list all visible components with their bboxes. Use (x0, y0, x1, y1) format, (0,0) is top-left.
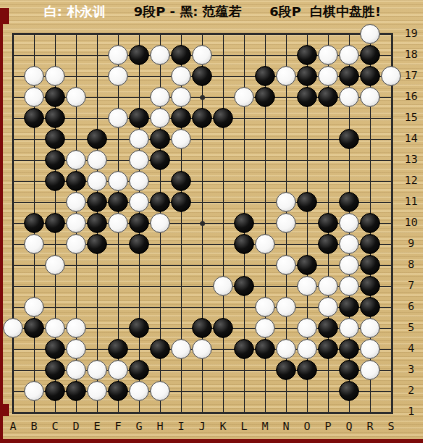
black-stone (297, 255, 317, 275)
black-stone (360, 255, 380, 275)
white-stone (45, 255, 65, 275)
white-stone (381, 66, 401, 86)
black-stone (45, 150, 65, 170)
white-stone (339, 318, 359, 338)
black-stone (192, 108, 212, 128)
black-stone (297, 192, 317, 212)
white-stone (129, 150, 149, 170)
white-stone (150, 45, 170, 65)
column-label: L (234, 420, 254, 433)
black-stone (171, 171, 191, 191)
black-stone (192, 66, 212, 86)
white-stone (45, 66, 65, 86)
white-stone (66, 87, 86, 107)
black-stone (108, 339, 128, 359)
white-stone (87, 171, 107, 191)
black-stone (150, 339, 170, 359)
white-stone (45, 318, 65, 338)
black-stone (87, 234, 107, 254)
star-point (200, 221, 205, 226)
white-stone (276, 213, 296, 233)
column-label: G (129, 420, 149, 433)
black-stone (297, 360, 317, 380)
black-stone (213, 318, 233, 338)
black-stone (318, 339, 338, 359)
black-stone (150, 150, 170, 170)
black-stone (192, 318, 212, 338)
black-stone (339, 360, 359, 380)
white-stone (66, 318, 86, 338)
black-stone (339, 297, 359, 317)
column-label: S (381, 420, 401, 433)
white-stone (171, 129, 191, 149)
black-stone (255, 87, 275, 107)
white-stone (360, 360, 380, 380)
column-label: B (24, 420, 44, 433)
black-stone (45, 171, 65, 191)
row-label: 19 (399, 27, 423, 40)
white-stone (339, 45, 359, 65)
column-label: I (171, 420, 191, 433)
window-edge-bottom (0, 439, 423, 443)
black-stone (45, 360, 65, 380)
black-stone (24, 213, 44, 233)
black-stone (129, 45, 149, 65)
white-stone (234, 87, 254, 107)
black-stone (129, 234, 149, 254)
column-label: N (276, 420, 296, 433)
white-stone (87, 381, 107, 401)
white-stone (66, 339, 86, 359)
column-label: J (192, 420, 212, 433)
white-stone (276, 255, 296, 275)
black-stone (66, 171, 86, 191)
row-label: 9 (399, 237, 423, 250)
white-stone (171, 339, 191, 359)
column-label: A (3, 420, 23, 433)
black-stone (234, 339, 254, 359)
column-label: O (297, 420, 317, 433)
black-stone (129, 360, 149, 380)
white-stone (108, 360, 128, 380)
white-stone (150, 108, 170, 128)
white-stone (318, 45, 338, 65)
black-stone (150, 129, 170, 149)
white-stone (129, 192, 149, 212)
white-stone (192, 45, 212, 65)
black-stone (360, 297, 380, 317)
white-stone (66, 213, 86, 233)
black-stone (360, 276, 380, 296)
white-stone (150, 381, 170, 401)
black-stone (45, 381, 65, 401)
window-edge-mid-left-block (0, 404, 9, 416)
black-stone (87, 129, 107, 149)
white-stone (24, 87, 44, 107)
go-board[interactable]: ABCDEFGHIJKLMNOPQRS191817161514131211109… (0, 0, 423, 443)
star-point (200, 95, 205, 100)
black-stone (339, 129, 359, 149)
white-stone (276, 66, 296, 86)
white-stone (87, 360, 107, 380)
black-stone (255, 66, 275, 86)
row-label: 12 (399, 174, 423, 187)
window-edge-top-left-block (0, 8, 9, 24)
black-stone (129, 318, 149, 338)
white-stone (171, 66, 191, 86)
white-stone (171, 87, 191, 107)
column-label: E (87, 420, 107, 433)
column-label: K (213, 420, 233, 433)
white-stone (87, 150, 107, 170)
white-stone (108, 213, 128, 233)
black-stone (45, 87, 65, 107)
black-stone (318, 87, 338, 107)
white-stone (297, 276, 317, 296)
white-stone (360, 24, 380, 44)
black-stone (339, 192, 359, 212)
black-stone (171, 45, 191, 65)
white-stone (129, 381, 149, 401)
row-label: 16 (399, 90, 423, 103)
white-stone (360, 318, 380, 338)
row-label: 17 (399, 69, 423, 82)
row-label: 7 (399, 279, 423, 292)
column-label: C (45, 420, 65, 433)
column-label: R (360, 420, 380, 433)
black-stone (45, 213, 65, 233)
white-stone (276, 192, 296, 212)
column-label: D (66, 420, 86, 433)
white-stone (360, 339, 380, 359)
white-stone (66, 234, 86, 254)
white-stone (108, 45, 128, 65)
column-label: Q (339, 420, 359, 433)
white-stone (339, 87, 359, 107)
black-stone (360, 213, 380, 233)
white-stone (24, 381, 44, 401)
row-label: 11 (399, 195, 423, 208)
white-stone (297, 318, 317, 338)
black-stone (24, 318, 44, 338)
white-stone (318, 276, 338, 296)
white-stone (318, 66, 338, 86)
white-stone (108, 108, 128, 128)
white-stone (339, 213, 359, 233)
black-stone (297, 66, 317, 86)
row-label: 8 (399, 258, 423, 271)
black-stone (276, 360, 296, 380)
black-stone (339, 339, 359, 359)
row-label: 10 (399, 216, 423, 229)
black-stone (45, 108, 65, 128)
black-stone (360, 66, 380, 86)
black-stone (318, 234, 338, 254)
white-stone (150, 213, 170, 233)
column-label: M (255, 420, 275, 433)
white-stone (108, 171, 128, 191)
white-stone (276, 339, 296, 359)
column-label: F (108, 420, 128, 433)
black-stone (339, 381, 359, 401)
white-stone (108, 66, 128, 86)
row-label: 15 (399, 111, 423, 124)
white-stone (66, 360, 86, 380)
black-stone (339, 66, 359, 86)
row-label: 6 (399, 300, 423, 313)
white-stone (339, 234, 359, 254)
white-stone (66, 192, 86, 212)
black-stone (24, 108, 44, 128)
window-edge-left (0, 8, 3, 443)
white-stone (318, 297, 338, 317)
black-stone (255, 339, 275, 359)
black-stone (171, 108, 191, 128)
row-label: 3 (399, 363, 423, 376)
white-stone (213, 276, 233, 296)
black-stone (66, 381, 86, 401)
black-stone (171, 192, 191, 212)
black-stone (360, 45, 380, 65)
white-stone (297, 339, 317, 359)
row-label: 4 (399, 342, 423, 355)
white-stone (360, 87, 380, 107)
black-stone (360, 234, 380, 254)
column-label: H (150, 420, 170, 433)
white-stone (24, 234, 44, 254)
black-stone (297, 87, 317, 107)
black-stone (129, 108, 149, 128)
white-stone (129, 171, 149, 191)
white-stone (66, 150, 86, 170)
white-stone (24, 297, 44, 317)
black-stone (129, 213, 149, 233)
black-stone (87, 192, 107, 212)
black-stone (108, 192, 128, 212)
black-stone (45, 339, 65, 359)
white-stone (24, 66, 44, 86)
column-label: P (318, 420, 338, 433)
black-stone (297, 45, 317, 65)
white-stone (339, 276, 359, 296)
black-stone (213, 108, 233, 128)
black-stone (234, 213, 254, 233)
row-label: 2 (399, 384, 423, 397)
white-stone (255, 297, 275, 317)
black-stone (108, 381, 128, 401)
black-stone (87, 213, 107, 233)
black-stone (45, 129, 65, 149)
white-stone (129, 129, 149, 149)
row-label: 14 (399, 132, 423, 145)
white-stone (255, 318, 275, 338)
white-stone (3, 318, 23, 338)
black-stone (150, 192, 170, 212)
white-stone (150, 87, 170, 107)
row-label: 5 (399, 321, 423, 334)
white-stone (192, 339, 212, 359)
row-label: 1 (399, 405, 423, 418)
black-stone (234, 276, 254, 296)
white-stone (255, 234, 275, 254)
go-viewer-window: 白: 朴永训 9段P - 黑: 范蕴若 6段P 白棋中盘胜! ABCDEFGHI… (0, 0, 423, 443)
row-label: 18 (399, 48, 423, 61)
row-label: 13 (399, 153, 423, 166)
white-stone (276, 297, 296, 317)
black-stone (234, 234, 254, 254)
black-stone (318, 213, 338, 233)
black-stone (318, 318, 338, 338)
white-stone (339, 255, 359, 275)
